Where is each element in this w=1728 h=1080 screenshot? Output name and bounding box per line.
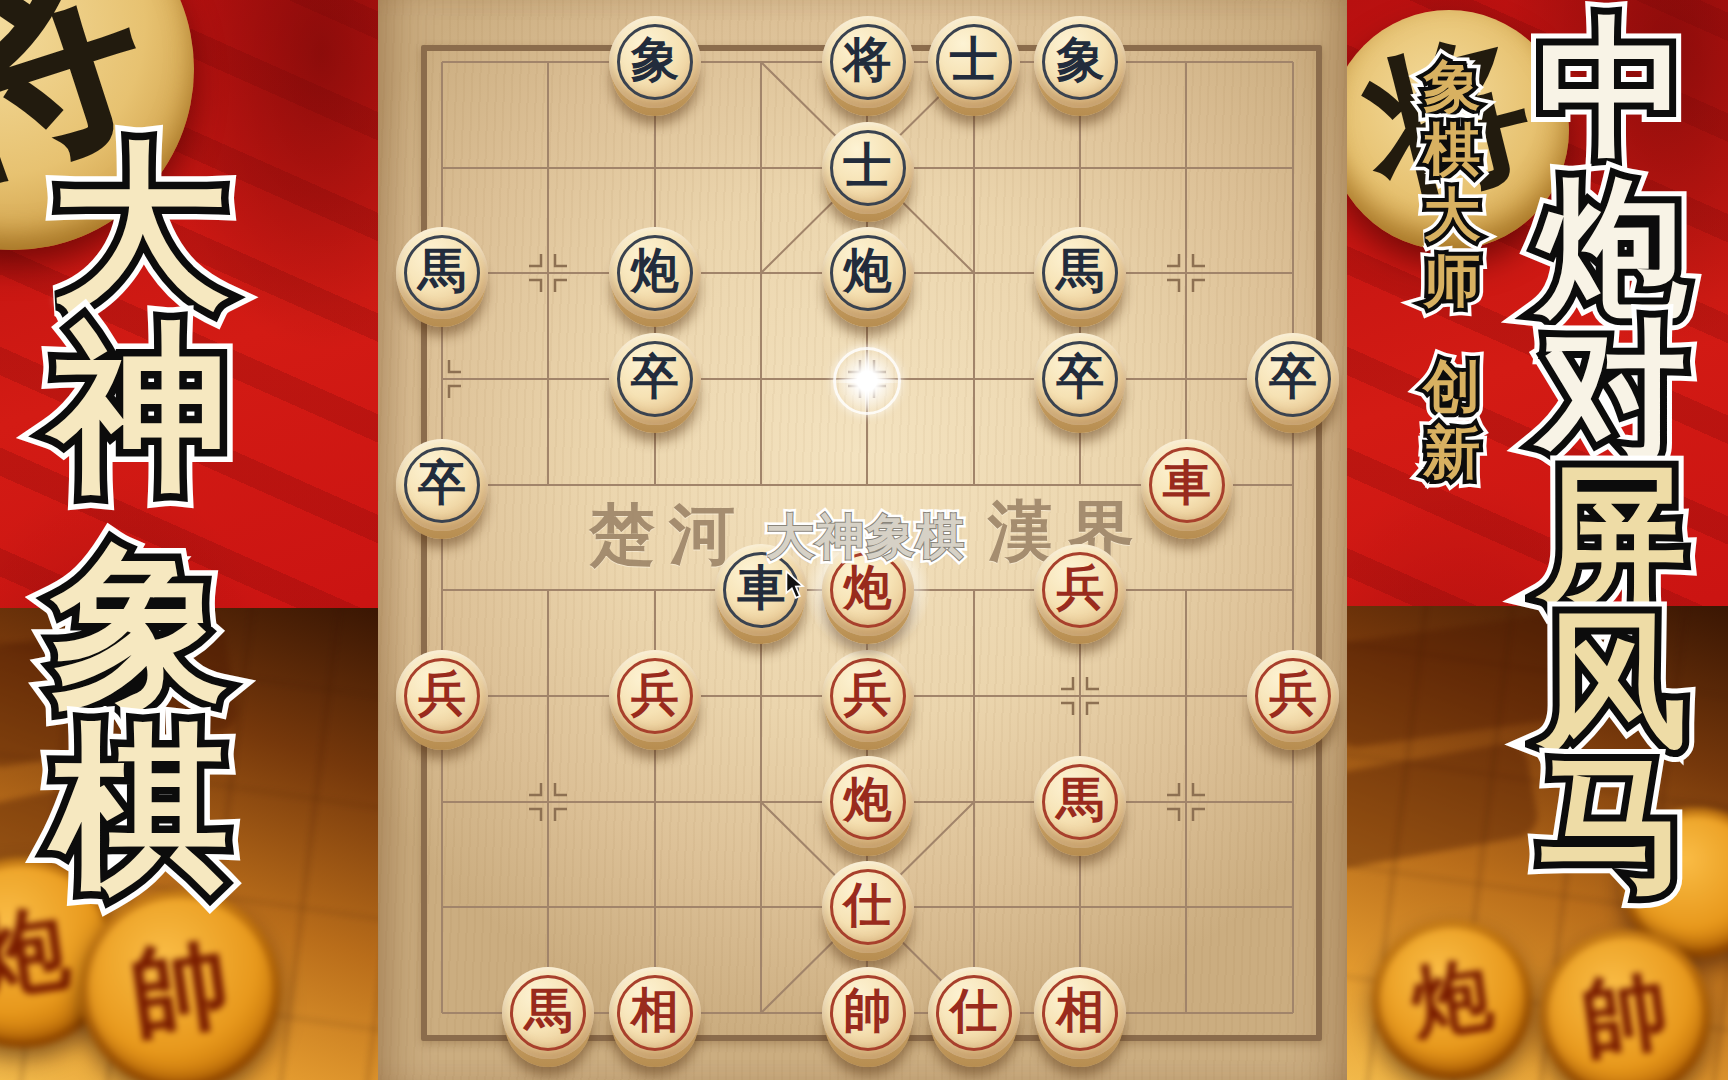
subtitle-char-3: 师 [1417,252,1487,309]
piece-char: 相 [1034,967,1126,1059]
piece-black-horse[interactable]: 馬 [396,227,488,319]
piece-char: 兵 [1034,544,1126,636]
piece-black-cannon[interactable]: 炮 [822,227,914,319]
piece-black-soldier[interactable]: 卒 [396,439,488,531]
piece-char: 仕 [822,861,914,953]
piece-char: 象 [609,16,701,108]
piece-black-elephant[interactable]: 象 [1034,16,1126,108]
piece-red-soldier[interactable]: 兵 [1247,650,1339,742]
piece-red-advisor[interactable]: 仕 [928,967,1020,1059]
right-title-char-0: 中 [1529,14,1695,164]
subtitle-char-0: 创 [1417,358,1487,415]
piece-red-advisor[interactable]: 仕 [822,861,914,953]
left-title: 大神象棋 [40,0,240,1080]
piece-char: 士 [928,16,1020,108]
photo-piece-char: 炮 [1405,941,1499,1059]
piece-char: 仕 [928,967,1020,1059]
left-title-char-0: 大 [40,140,240,318]
right-title-char-5: 马 [1529,750,1695,900]
piece-black-soldier[interactable]: 卒 [1034,333,1126,425]
piece-red-chariot[interactable]: 車 [1141,439,1233,531]
piece-char: 炮 [822,756,914,848]
piece-char: 兵 [609,650,701,742]
piece-char: 象 [1034,16,1126,108]
subtitle-char-1: 棋 [1417,121,1487,178]
piece-red-horse[interactable]: 馬 [1034,756,1126,848]
subtitle-char-2: 大 [1417,186,1487,243]
piece-black-cannon[interactable]: 炮 [609,227,701,319]
left-title-char-3: 棋 [40,720,240,898]
piece-char: 兵 [396,650,488,742]
piece-char: 馬 [1034,756,1126,848]
piece-char: 卒 [1034,333,1126,425]
right-title-char-3: 屏 [1529,462,1695,612]
piece-red-cannon[interactable]: 炮 [822,756,914,848]
piece-black-soldier[interactable]: 卒 [609,333,701,425]
piece-char: 卒 [396,439,488,531]
app-watermark: 大神象棋 [766,509,966,565]
piece-red-soldier[interactable]: 兵 [396,650,488,742]
piece-char: 馬 [396,227,488,319]
video-frame: 炮 帥 将 大神象棋 [0,0,1728,1080]
piece-char: 将 [822,16,914,108]
subtitle-char-0: 象 [1417,58,1487,115]
left-title-char-2: 象 [40,540,240,718]
right-banner: 炮 帥 将 象棋大师 创新 中炮对屏风马 [1347,0,1728,1080]
piece-black-horse[interactable]: 馬 [1034,227,1126,319]
right-title-char-1: 炮 [1529,174,1695,324]
piece-black-elephant[interactable]: 象 [609,16,701,108]
piece-black-soldier[interactable]: 卒 [1247,333,1339,425]
piece-red-soldier[interactable]: 兵 [609,650,701,742]
subtitle-char-1: 新 [1417,424,1487,481]
left-title-char-1: 神 [40,320,240,498]
right-title-char-2: 对 [1529,317,1695,467]
piece-char: 炮 [822,227,914,319]
left-banner: 炮 帥 将 大神象棋 [0,0,378,1080]
piece-char: 車 [1141,439,1233,531]
right-title-char-4: 风 [1529,607,1695,757]
piece-char: 相 [609,967,701,1059]
piece-red-soldier[interactable]: 兵 [822,650,914,742]
piece-black-advisor[interactable]: 士 [822,122,914,214]
piece-char: 馬 [502,967,594,1059]
piece-char: 帥 [822,967,914,1059]
piece-char: 兵 [1247,650,1339,742]
piece-red-soldier[interactable]: 兵 [1034,544,1126,636]
piece-black-general[interactable]: 将 [822,16,914,108]
piece-red-elephant[interactable]: 相 [609,967,701,1059]
piece-char: 炮 [609,227,701,319]
piece-red-horse[interactable]: 馬 [502,967,594,1059]
piece-black-advisor[interactable]: 士 [928,16,1020,108]
piece-red-elephant[interactable]: 相 [1034,967,1126,1059]
mouse-cursor [784,570,806,600]
piece-red-general[interactable]: 帥 [822,967,914,1059]
piece-char: 馬 [1034,227,1126,319]
photo-piece-cannon: 炮 [1372,920,1532,1080]
right-title: 中炮对屏风马 [1529,0,1695,1080]
piece-char: 卒 [1247,333,1339,425]
piece-char: 卒 [609,333,701,425]
piece-char: 兵 [822,650,914,742]
piece-char: 士 [822,122,914,214]
board-area: 楚河 漢界 大神象棋 象将士象士馬炮炮馬卒卒卒卒車車炮兵兵兵兵兵炮馬仕馬相帥仕相 [378,0,1347,1080]
